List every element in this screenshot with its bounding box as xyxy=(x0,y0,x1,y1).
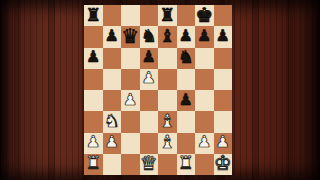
square-f8[interactable] xyxy=(177,5,196,26)
square-a1[interactable]: ♜ xyxy=(84,154,103,175)
square-c4[interactable]: ♟ xyxy=(121,90,140,111)
square-f4[interactable]: ♟ xyxy=(177,90,196,111)
square-g6[interactable] xyxy=(195,48,214,69)
square-a5[interactable] xyxy=(84,69,103,90)
square-h8[interactable] xyxy=(214,5,233,26)
square-d3[interactable] xyxy=(140,111,159,132)
square-d1[interactable]: ♛ xyxy=(140,154,159,175)
square-a6[interactable]: ♟ xyxy=(84,48,103,69)
piece-black-king[interactable]: ♚ xyxy=(195,5,213,25)
square-a4[interactable] xyxy=(84,90,103,111)
square-h4[interactable] xyxy=(214,90,233,111)
square-g5[interactable] xyxy=(195,69,214,90)
piece-black-rook[interactable]: ♜ xyxy=(159,6,175,24)
square-f3[interactable] xyxy=(177,111,196,132)
square-g1[interactable] xyxy=(195,154,214,175)
square-b6[interactable] xyxy=(103,48,122,69)
square-e4[interactable] xyxy=(158,90,177,111)
square-d5[interactable]: ♟ xyxy=(140,69,159,90)
square-g4[interactable] xyxy=(195,90,214,111)
square-e8[interactable]: ♜ xyxy=(158,5,177,26)
square-h2[interactable]: ♟ xyxy=(214,133,233,154)
square-f1[interactable]: ♜ xyxy=(177,154,196,175)
square-h7[interactable]: ♟ xyxy=(214,26,233,47)
piece-black-knight[interactable]: ♞ xyxy=(141,27,157,45)
piece-black-knight[interactable]: ♞ xyxy=(178,48,194,66)
square-d6[interactable]: ♟ xyxy=(140,48,159,69)
piece-black-bishop[interactable]: ♝ xyxy=(159,27,175,45)
square-h5[interactable] xyxy=(214,69,233,90)
piece-white-pawn[interactable]: ♟ xyxy=(216,134,230,150)
square-g2[interactable]: ♟ xyxy=(195,133,214,154)
square-a3[interactable] xyxy=(84,111,103,132)
square-a8[interactable]: ♜ xyxy=(84,5,103,26)
piece-white-rook[interactable]: ♜ xyxy=(85,154,101,172)
piece-white-pawn[interactable]: ♟ xyxy=(197,134,211,150)
square-a2[interactable]: ♟ xyxy=(84,133,103,154)
square-c5[interactable] xyxy=(121,69,140,90)
piece-white-pawn[interactable]: ♟ xyxy=(123,92,137,108)
square-h3[interactable] xyxy=(214,111,233,132)
square-b2[interactable]: ♟ xyxy=(103,133,122,154)
square-e3[interactable]: ♝ xyxy=(158,111,177,132)
piece-black-pawn[interactable]: ♟ xyxy=(179,92,193,108)
square-g8[interactable]: ♚ xyxy=(195,5,214,26)
piece-black-queen[interactable]: ♛ xyxy=(121,26,139,46)
piece-white-queen[interactable]: ♛ xyxy=(140,154,158,174)
square-e7[interactable]: ♝ xyxy=(158,26,177,47)
square-h1[interactable]: ♚ xyxy=(214,154,233,175)
piece-white-king[interactable]: ♚ xyxy=(214,154,232,174)
square-e5[interactable] xyxy=(158,69,177,90)
piece-white-pawn[interactable]: ♟ xyxy=(142,70,156,86)
piece-black-pawn[interactable]: ♟ xyxy=(86,49,100,65)
square-b1[interactable] xyxy=(103,154,122,175)
square-c8[interactable] xyxy=(121,5,140,26)
piece-black-pawn[interactable]: ♟ xyxy=(216,28,230,44)
square-f7[interactable]: ♟ xyxy=(177,26,196,47)
square-b3[interactable]: ♞ xyxy=(103,111,122,132)
piece-white-rook[interactable]: ♜ xyxy=(178,154,194,172)
piece-white-pawn[interactable]: ♟ xyxy=(86,134,100,150)
piece-black-pawn[interactable]: ♟ xyxy=(142,49,156,65)
square-b4[interactable] xyxy=(103,90,122,111)
square-f6[interactable]: ♞ xyxy=(177,48,196,69)
screenshot-root: ♜♜♚♟♛♞♝♟♟♟♟♟♞♟♟♟♞♝♟♟♝♟♟♜♛♜♚ xyxy=(0,0,320,180)
square-c2[interactable] xyxy=(121,133,140,154)
square-d2[interactable] xyxy=(140,133,159,154)
square-d7[interactable]: ♞ xyxy=(140,26,159,47)
piece-white-knight[interactable]: ♞ xyxy=(104,112,120,130)
square-a7[interactable] xyxy=(84,26,103,47)
square-d4[interactable] xyxy=(140,90,159,111)
square-f2[interactable] xyxy=(177,133,196,154)
square-b5[interactable] xyxy=(103,69,122,90)
square-e2[interactable]: ♝ xyxy=(158,133,177,154)
square-f5[interactable] xyxy=(177,69,196,90)
square-c1[interactable] xyxy=(121,154,140,175)
chess-board: ♜♜♚♟♛♞♝♟♟♟♟♟♞♟♟♟♞♝♟♟♝♟♟♜♛♜♚ xyxy=(84,5,232,175)
piece-white-pawn[interactable]: ♟ xyxy=(105,134,119,150)
square-b8[interactable] xyxy=(103,5,122,26)
square-e1[interactable] xyxy=(158,154,177,175)
piece-white-bishop[interactable]: ♝ xyxy=(159,112,175,130)
piece-black-pawn[interactable]: ♟ xyxy=(105,28,119,44)
square-b7[interactable]: ♟ xyxy=(103,26,122,47)
square-d8[interactable] xyxy=(140,5,159,26)
square-c3[interactable] xyxy=(121,111,140,132)
piece-black-rook[interactable]: ♜ xyxy=(85,6,101,24)
square-e6[interactable] xyxy=(158,48,177,69)
square-g3[interactable] xyxy=(195,111,214,132)
piece-white-bishop[interactable]: ♝ xyxy=(159,133,175,151)
square-h6[interactable] xyxy=(214,48,233,69)
piece-black-pawn[interactable]: ♟ xyxy=(197,28,211,44)
square-c6[interactable] xyxy=(121,48,140,69)
piece-black-pawn[interactable]: ♟ xyxy=(179,28,193,44)
square-g7[interactable]: ♟ xyxy=(195,26,214,47)
square-c7[interactable]: ♛ xyxy=(121,26,140,47)
